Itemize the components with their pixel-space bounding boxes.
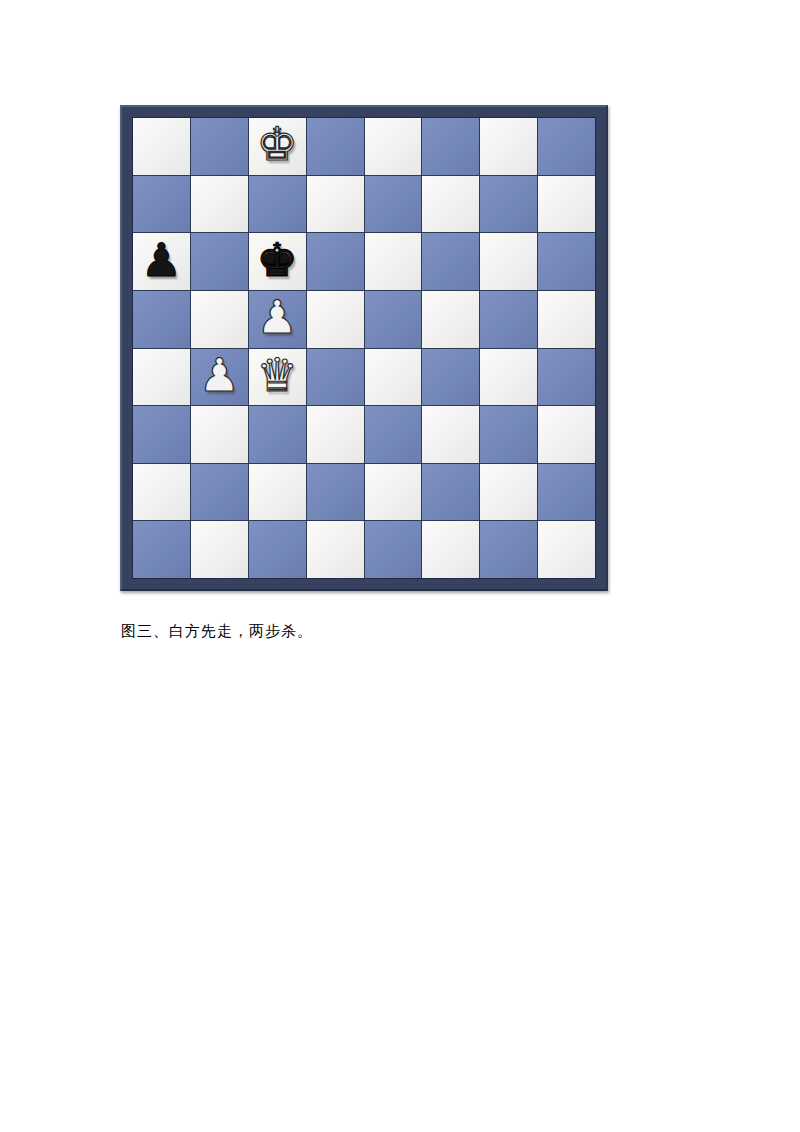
square-d4 — [307, 349, 364, 406]
square-h5 — [538, 291, 595, 348]
square-e6 — [365, 233, 422, 290]
square-d7 — [307, 176, 364, 233]
square-f1 — [422, 521, 479, 578]
square-e5 — [365, 291, 422, 348]
square-d3 — [307, 406, 364, 463]
square-g4 — [480, 349, 537, 406]
square-c5: ♟ — [249, 291, 306, 348]
square-d1 — [307, 521, 364, 578]
white-king-piece: ♚ — [257, 121, 298, 167]
square-c3 — [249, 406, 306, 463]
white-pawn-piece: ♟ — [257, 294, 298, 340]
square-e4 — [365, 349, 422, 406]
square-a4 — [133, 349, 190, 406]
square-b6 — [191, 233, 248, 290]
square-g3 — [480, 406, 537, 463]
square-g5 — [480, 291, 537, 348]
square-d8 — [307, 118, 364, 175]
square-f7 — [422, 176, 479, 233]
square-h2 — [538, 464, 595, 521]
square-d5 — [307, 291, 364, 348]
square-c1 — [249, 521, 306, 578]
figure-caption: 图三、白方先走，两步杀。 — [121, 622, 313, 641]
square-c4: ♛ — [249, 349, 306, 406]
square-f6 — [422, 233, 479, 290]
square-g7 — [480, 176, 537, 233]
square-b1 — [191, 521, 248, 578]
square-a6: ♟ — [133, 233, 190, 290]
square-e7 — [365, 176, 422, 233]
black-pawn-piece: ♟ — [141, 237, 182, 283]
square-b2 — [191, 464, 248, 521]
square-e8 — [365, 118, 422, 175]
square-a5 — [133, 291, 190, 348]
chess-board-frame: ♚♟♚♟♟♛ — [120, 105, 608, 591]
square-a3 — [133, 406, 190, 463]
square-b4: ♟ — [191, 349, 248, 406]
square-f3 — [422, 406, 479, 463]
square-f4 — [422, 349, 479, 406]
square-b8 — [191, 118, 248, 175]
square-g6 — [480, 233, 537, 290]
square-a2 — [133, 464, 190, 521]
square-f2 — [422, 464, 479, 521]
square-g2 — [480, 464, 537, 521]
square-a1 — [133, 521, 190, 578]
square-h6 — [538, 233, 595, 290]
black-king-piece: ♚ — [257, 237, 298, 283]
white-pawn-piece: ♟ — [199, 352, 240, 398]
square-b5 — [191, 291, 248, 348]
square-b3 — [191, 406, 248, 463]
square-a8 — [133, 118, 190, 175]
chess-board: ♚♟♚♟♟♛ — [132, 117, 596, 579]
square-d2 — [307, 464, 364, 521]
square-e1 — [365, 521, 422, 578]
square-b7 — [191, 176, 248, 233]
square-d6 — [307, 233, 364, 290]
white-queen-piece: ♛ — [257, 352, 298, 398]
square-h3 — [538, 406, 595, 463]
square-h1 — [538, 521, 595, 578]
square-f8 — [422, 118, 479, 175]
square-c7 — [249, 176, 306, 233]
square-e2 — [365, 464, 422, 521]
square-c2 — [249, 464, 306, 521]
square-c8: ♚ — [249, 118, 306, 175]
square-g1 — [480, 521, 537, 578]
square-f5 — [422, 291, 479, 348]
square-h8 — [538, 118, 595, 175]
square-e3 — [365, 406, 422, 463]
square-g8 — [480, 118, 537, 175]
square-h4 — [538, 349, 595, 406]
square-c6: ♚ — [249, 233, 306, 290]
square-h7 — [538, 176, 595, 233]
document-page: ♚♟♚♟♟♛ 图三、白方先走，两步杀。 — [0, 0, 800, 1132]
square-a7 — [133, 176, 190, 233]
